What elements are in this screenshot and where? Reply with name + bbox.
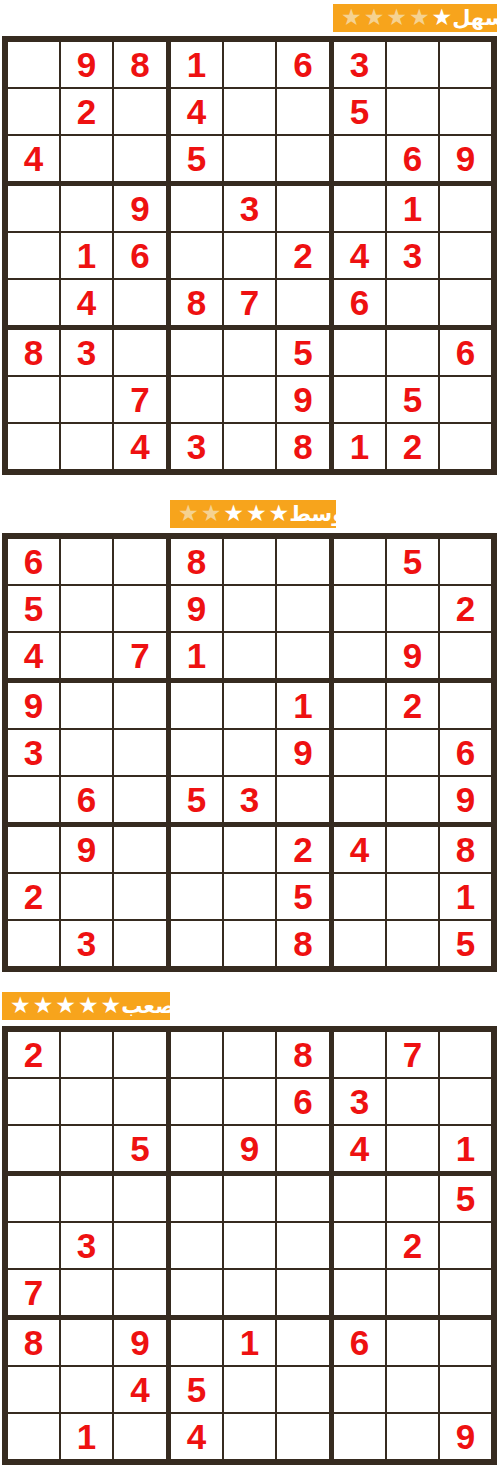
- cell-r8c6[interactable]: 5: [277, 874, 334, 921]
- cell-r6c2[interactable]: [61, 1270, 114, 1320]
- cell-r8c8[interactable]: [387, 874, 440, 921]
- cell-r8c7[interactable]: [334, 377, 387, 424]
- cell-r7c5[interactable]: [224, 330, 277, 377]
- cell-r9c9[interactable]: 9: [440, 1414, 491, 1459]
- cell-r2c6[interactable]: [277, 586, 334, 633]
- cell-r3c5[interactable]: [224, 633, 277, 683]
- cell-r9c4[interactable]: [171, 921, 224, 966]
- given-digit: 6: [350, 1325, 369, 1360]
- given-digit: 9: [293, 382, 312, 417]
- cell-r7c1[interactable]: 8: [8, 330, 61, 377]
- cell-r5c6[interactable]: [277, 1223, 334, 1270]
- cell-r7c8[interactable]: [387, 1320, 440, 1367]
- cell-r2c3[interactable]: [114, 1079, 171, 1126]
- given-digit: 8: [293, 429, 312, 464]
- cell-r5c9[interactable]: [440, 233, 491, 280]
- cell-r3c5[interactable]: 9: [224, 1126, 277, 1176]
- given-digit: 3: [403, 238, 422, 273]
- cell-r1c8[interactable]: 5: [387, 539, 440, 586]
- given-digit: 3: [240, 191, 259, 226]
- cell-r1c7[interactable]: [334, 539, 387, 586]
- cell-r6c9[interactable]: 9: [440, 777, 491, 827]
- cell-r6c5[interactable]: [224, 1270, 277, 1320]
- cell-r6c9[interactable]: [440, 280, 491, 330]
- given-digit: 4: [350, 1131, 369, 1166]
- cell-r3c9[interactable]: [440, 633, 491, 683]
- cell-r5c3[interactable]: 6: [114, 233, 171, 280]
- given-digit: 2: [456, 591, 475, 626]
- cell-r6c5[interactable]: 7: [224, 280, 277, 330]
- cell-r4c6[interactable]: [277, 1176, 334, 1223]
- cell-r1c4[interactable]: [171, 1032, 224, 1079]
- cell-r3c4[interactable]: 5: [171, 136, 224, 186]
- cell-r1c5[interactable]: [224, 1032, 277, 1079]
- cell-r3c1[interactable]: 4: [8, 136, 61, 186]
- cell-r5c9[interactable]: 6: [440, 730, 491, 777]
- cell-r3c2[interactable]: [61, 136, 114, 186]
- cell-r7c9[interactable]: 6: [440, 330, 491, 377]
- cell-r1c4[interactable]: 8: [171, 539, 224, 586]
- cell-r6c7[interactable]: [334, 777, 387, 827]
- cell-r9c8[interactable]: [387, 921, 440, 966]
- cell-r5c1[interactable]: [8, 1223, 61, 1270]
- cell-r1c3[interactable]: [114, 539, 171, 586]
- cell-r3c7[interactable]: [334, 633, 387, 683]
- given-digit: 4: [130, 1372, 149, 1407]
- cell-r1c6[interactable]: 6: [277, 42, 334, 89]
- cell-r4c2[interactable]: [61, 1176, 114, 1223]
- cell-r9c3[interactable]: [114, 921, 171, 966]
- given-digit: 4: [24, 638, 43, 673]
- cell-r3c9[interactable]: 1: [440, 1126, 491, 1176]
- given-digit: 5: [130, 1131, 149, 1166]
- cell-r7c6[interactable]: 2: [277, 827, 334, 874]
- given-digit: 2: [403, 429, 422, 464]
- cell-r6c6[interactable]: [277, 777, 334, 827]
- cell-r4c3[interactable]: 9: [114, 186, 171, 233]
- cell-r2c2[interactable]: 2: [61, 89, 114, 136]
- cell-r9c1[interactable]: [8, 921, 61, 966]
- cell-r2c3[interactable]: [114, 89, 171, 136]
- cell-r3c8[interactable]: [387, 1126, 440, 1176]
- cell-r9c8[interactable]: [387, 1414, 440, 1459]
- cell-r4c9[interactable]: [440, 683, 491, 730]
- cell-r9c6[interactable]: 8: [277, 921, 334, 966]
- given-digit: 9: [403, 638, 422, 673]
- cell-r3c3[interactable]: 5: [114, 1126, 171, 1176]
- given-digit: 9: [77, 47, 96, 82]
- cell-r9c2[interactable]: 1: [61, 1414, 114, 1459]
- cell-r1c6[interactable]: [277, 539, 334, 586]
- cell-r1c9[interactable]: [440, 1032, 491, 1079]
- cell-r9c9[interactable]: 5: [440, 921, 491, 966]
- cell-r9c6[interactable]: 8: [277, 424, 334, 469]
- cell-r1c7[interactable]: [334, 1032, 387, 1079]
- cell-r5c3[interactable]: [114, 1223, 171, 1270]
- cell-r1c1[interactable]: 2: [8, 1032, 61, 1079]
- cell-r9c4[interactable]: 4: [171, 1414, 224, 1459]
- cell-r1c5[interactable]: [224, 42, 277, 89]
- cell-r1c2[interactable]: [61, 539, 114, 586]
- given-digit: 4: [130, 429, 149, 464]
- cell-r2c9[interactable]: [440, 89, 491, 136]
- cell-r4c2[interactable]: [61, 683, 114, 730]
- given-digit: 8: [130, 47, 149, 82]
- cell-r1c6[interactable]: 8: [277, 1032, 334, 1079]
- cell-r2c4[interactable]: 4: [171, 89, 224, 136]
- cell-r3c2[interactable]: [61, 633, 114, 683]
- cell-r1c8[interactable]: [387, 42, 440, 89]
- given-digit: 4: [24, 141, 43, 176]
- given-digit: 9: [240, 1131, 259, 1166]
- cell-r8c5[interactable]: [224, 1367, 277, 1414]
- cell-r8c7[interactable]: [334, 874, 387, 921]
- cell-r2c7[interactable]: 5: [334, 89, 387, 136]
- cell-r4c4[interactable]: [171, 683, 224, 730]
- cell-r5c4[interactable]: [171, 1223, 224, 1270]
- cell-r6c2[interactable]: 6: [61, 777, 114, 827]
- cell-r9c7[interactable]: 1: [334, 424, 387, 469]
- cell-r4c4[interactable]: [171, 186, 224, 233]
- given-digit: 9: [293, 735, 312, 770]
- cell-r7c7[interactable]: 6: [334, 1320, 387, 1367]
- cell-r7c5[interactable]: 1: [224, 1320, 277, 1367]
- cell-r5c7[interactable]: 4: [334, 233, 387, 280]
- cell-r1c7[interactable]: 3: [334, 42, 387, 89]
- cell-r9c1[interactable]: [8, 1414, 61, 1459]
- cell-r9c7[interactable]: [334, 921, 387, 966]
- cell-r2c2[interactable]: [61, 586, 114, 633]
- cell-r8c2[interactable]: [61, 1367, 114, 1414]
- cell-r1c3[interactable]: 8: [114, 42, 171, 89]
- cell-r3c6[interactable]: [277, 633, 334, 683]
- cell-r5c4[interactable]: [171, 233, 224, 280]
- cell-r4c6[interactable]: [277, 186, 334, 233]
- given-digit: 3: [240, 782, 259, 817]
- given-digit: 5: [456, 1181, 475, 1216]
- cell-r5c3[interactable]: [114, 730, 171, 777]
- cell-r9c4[interactable]: 3: [171, 424, 224, 469]
- cell-r3c7[interactable]: 4: [334, 1126, 387, 1176]
- cell-r7c3[interactable]: [114, 827, 171, 874]
- cell-r1c4[interactable]: 1: [171, 42, 224, 89]
- cell-r6c6[interactable]: [277, 280, 334, 330]
- cell-r4c4[interactable]: [171, 1176, 224, 1223]
- cell-r2c6[interactable]: [277, 89, 334, 136]
- cell-r7c9[interactable]: 8: [440, 827, 491, 874]
- cell-r9c5[interactable]: [224, 1414, 277, 1459]
- cell-r1c8[interactable]: 7: [387, 1032, 440, 1079]
- cell-r4c3[interactable]: [114, 683, 171, 730]
- given-digit: 5: [456, 926, 475, 961]
- cell-r8c5[interactable]: [224, 377, 277, 424]
- cell-r4c8[interactable]: [387, 1176, 440, 1223]
- given-digit: 7: [403, 1037, 422, 1072]
- cell-r4c3[interactable]: [114, 1176, 171, 1223]
- given-digit: 4: [187, 1419, 206, 1454]
- cell-r9c3[interactable]: 4: [114, 424, 171, 469]
- cell-r6c4[interactable]: [171, 1270, 224, 1320]
- cell-r9c5[interactable]: [224, 424, 277, 469]
- cell-r4c7[interactable]: [334, 1176, 387, 1223]
- cell-r8c6[interactable]: [277, 1367, 334, 1414]
- cell-r3c1[interactable]: [8, 1126, 61, 1176]
- given-digit: 4: [77, 285, 96, 320]
- cell-r8c8[interactable]: [387, 1367, 440, 1414]
- star-icon: ★: [33, 994, 54, 1017]
- given-digit: 6: [350, 285, 369, 320]
- cell-r8c1[interactable]: 2: [8, 874, 61, 921]
- star-icon: ★: [101, 994, 122, 1017]
- cell-r5c8[interactable]: 3: [387, 233, 440, 280]
- cell-r8c4[interactable]: 5: [171, 1367, 224, 1414]
- cell-r2c1[interactable]: [8, 1079, 61, 1126]
- difficulty-banner-medium: ★★★★★ وسط: [170, 500, 336, 528]
- given-digit: 7: [240, 285, 259, 320]
- given-digit: 3: [350, 1084, 369, 1119]
- cell-r2c5[interactable]: [224, 1079, 277, 1126]
- cell-r8c3[interactable]: 4: [114, 1367, 171, 1414]
- cell-r6c5[interactable]: 3: [224, 777, 277, 827]
- given-digit: 8: [24, 1325, 43, 1360]
- cell-r8c3[interactable]: 7: [114, 377, 171, 424]
- cell-r8c5[interactable]: [224, 874, 277, 921]
- cell-r8c9[interactable]: [440, 377, 491, 424]
- cell-r2c4[interactable]: [171, 1079, 224, 1126]
- given-digit: 6: [293, 47, 312, 82]
- cell-r7c1[interactable]: [8, 827, 61, 874]
- given-digit: 6: [403, 141, 422, 176]
- cell-r7c5[interactable]: [224, 827, 277, 874]
- cell-r2c5[interactable]: [224, 89, 277, 136]
- cell-r6c7[interactable]: [334, 1270, 387, 1320]
- cell-r1c2[interactable]: [61, 1032, 114, 1079]
- cell-r7c8[interactable]: [387, 330, 440, 377]
- cell-r4c5[interactable]: [224, 1176, 277, 1223]
- cell-r7c3[interactable]: 9: [114, 1320, 171, 1367]
- cell-r2c9[interactable]: 2: [440, 586, 491, 633]
- cell-r4c2[interactable]: [61, 186, 114, 233]
- given-digit: 9: [130, 1325, 149, 1360]
- cell-r2c6[interactable]: 6: [277, 1079, 334, 1126]
- cell-r8c2[interactable]: [61, 874, 114, 921]
- cell-r4c1[interactable]: 9: [8, 683, 61, 730]
- given-digit: 9: [187, 591, 206, 626]
- cell-r8c4[interactable]: [171, 874, 224, 921]
- given-digit: 3: [24, 735, 43, 770]
- cell-r4c9[interactable]: [440, 186, 491, 233]
- cell-r2c3[interactable]: [114, 586, 171, 633]
- star-icon: ★: [178, 502, 199, 525]
- cell-r3c7[interactable]: [334, 136, 387, 186]
- given-digit: 3: [350, 47, 369, 82]
- cell-r1c1[interactable]: 6: [8, 539, 61, 586]
- given-digit: 4: [350, 238, 369, 273]
- cell-r9c5[interactable]: [224, 921, 277, 966]
- cell-r4c6[interactable]: 1: [277, 683, 334, 730]
- given-digit: 6: [456, 735, 475, 770]
- given-digit: 5: [350, 94, 369, 129]
- cell-r7c4[interactable]: [171, 827, 224, 874]
- cell-r1c9[interactable]: [440, 42, 491, 89]
- cell-r6c1[interactable]: [8, 280, 61, 330]
- given-digit: 2: [293, 832, 312, 867]
- cell-r5c8[interactable]: [387, 730, 440, 777]
- cell-r7c2[interactable]: 9: [61, 827, 114, 874]
- cell-r7c7[interactable]: 4: [334, 827, 387, 874]
- cell-r1c5[interactable]: [224, 539, 277, 586]
- cell-r6c6[interactable]: [277, 1270, 334, 1320]
- cell-r2c8[interactable]: [387, 586, 440, 633]
- cell-r5c7[interactable]: [334, 1223, 387, 1270]
- cell-r4c9[interactable]: 5: [440, 1176, 491, 1223]
- star-icon: ★: [432, 6, 453, 29]
- cell-r5c5[interactable]: [224, 730, 277, 777]
- cell-r6c1[interactable]: [8, 777, 61, 827]
- cell-r5c5[interactable]: [224, 233, 277, 280]
- cell-r5c5[interactable]: [224, 1223, 277, 1270]
- cell-r5c6[interactable]: 9: [277, 730, 334, 777]
- cell-r6c2[interactable]: 4: [61, 280, 114, 330]
- cell-r3c5[interactable]: [224, 136, 277, 186]
- cell-r8c2[interactable]: [61, 377, 114, 424]
- given-digit: 5: [403, 544, 422, 579]
- cell-r4c7[interactable]: [334, 683, 387, 730]
- cell-r5c8[interactable]: 2: [387, 1223, 440, 1270]
- cell-r8c3[interactable]: [114, 874, 171, 921]
- cell-r9c2[interactable]: 3: [61, 921, 114, 966]
- cell-r4c5[interactable]: 3: [224, 186, 277, 233]
- cell-r5c1[interactable]: 3: [8, 730, 61, 777]
- given-digit: 2: [77, 94, 96, 129]
- cell-r2c7[interactable]: 3: [334, 1079, 387, 1126]
- cell-r5c6[interactable]: 2: [277, 233, 334, 280]
- cell-r9c7[interactable]: [334, 1414, 387, 1459]
- sudoku-grid-easy: 981632454569931162434876835679543812: [2, 36, 497, 475]
- cell-r8c9[interactable]: 1: [440, 874, 491, 921]
- cell-r7c6[interactable]: [277, 1320, 334, 1367]
- cell-r3c8[interactable]: 9: [387, 633, 440, 683]
- cell-r2c1[interactable]: 5: [8, 586, 61, 633]
- given-digit: 5: [187, 1372, 206, 1407]
- given-digit: 7: [24, 1275, 43, 1310]
- cell-r6c3[interactable]: [114, 280, 171, 330]
- cell-r4c8[interactable]: 2: [387, 683, 440, 730]
- cell-r3c4[interactable]: 1: [171, 633, 224, 683]
- cell-r6c8[interactable]: [387, 280, 440, 330]
- cell-r6c9[interactable]: [440, 1270, 491, 1320]
- cell-r1c2[interactable]: 9: [61, 42, 114, 89]
- cell-r7c2[interactable]: [61, 1320, 114, 1367]
- cell-r3c3[interactable]: 7: [114, 633, 171, 683]
- cell-r4c1[interactable]: [8, 1176, 61, 1223]
- cell-r8c4[interactable]: [171, 377, 224, 424]
- cell-r7c7[interactable]: [334, 330, 387, 377]
- cell-r6c8[interactable]: [387, 777, 440, 827]
- cell-r3c3[interactable]: [114, 136, 171, 186]
- cell-r9c1[interactable]: [8, 424, 61, 469]
- cell-r5c9[interactable]: [440, 1223, 491, 1270]
- cell-r3c8[interactable]: 6: [387, 136, 440, 186]
- cell-r8c7[interactable]: [334, 1367, 387, 1414]
- cell-r3c9[interactable]: 9: [440, 136, 491, 186]
- cell-r3c4[interactable]: [171, 1126, 224, 1176]
- cell-r5c1[interactable]: [8, 233, 61, 280]
- given-digit: 4: [350, 832, 369, 867]
- cell-r1c1[interactable]: [8, 42, 61, 89]
- cell-r8c9[interactable]: [440, 1367, 491, 1414]
- cell-r7c6[interactable]: 5: [277, 330, 334, 377]
- difficulty-label: صعب: [121, 992, 175, 1020]
- cell-r4c8[interactable]: 1: [387, 186, 440, 233]
- cell-r7c8[interactable]: [387, 827, 440, 874]
- given-digit: 1: [456, 879, 475, 914]
- cell-r1c3[interactable]: [114, 1032, 171, 1079]
- cell-r5c2[interactable]: [61, 730, 114, 777]
- cell-r3c2[interactable]: [61, 1126, 114, 1176]
- given-digit: 1: [293, 688, 312, 723]
- cell-r5c4[interactable]: [171, 730, 224, 777]
- cell-r8c1[interactable]: [8, 377, 61, 424]
- cell-r4c7[interactable]: [334, 186, 387, 233]
- cell-r2c7[interactable]: [334, 586, 387, 633]
- cell-r8c1[interactable]: [8, 1367, 61, 1414]
- cell-r1c9[interactable]: [440, 539, 491, 586]
- cell-r8c8[interactable]: 5: [387, 377, 440, 424]
- cell-r5c7[interactable]: [334, 730, 387, 777]
- cell-r7c1[interactable]: 8: [8, 1320, 61, 1367]
- cell-r5c2[interactable]: 1: [61, 233, 114, 280]
- cell-r6c7[interactable]: 6: [334, 280, 387, 330]
- cell-r9c2[interactable]: [61, 424, 114, 469]
- given-digit: 3: [187, 429, 206, 464]
- given-digit: 2: [24, 1037, 43, 1072]
- cell-r6c8[interactable]: [387, 1270, 440, 1320]
- cell-r2c5[interactable]: [224, 586, 277, 633]
- cell-r3c6[interactable]: [277, 136, 334, 186]
- cell-r6c1[interactable]: 7: [8, 1270, 61, 1320]
- cell-r2c9[interactable]: [440, 1079, 491, 1126]
- cell-r6c4[interactable]: 5: [171, 777, 224, 827]
- cell-r2c8[interactable]: [387, 89, 440, 136]
- cell-r6c4[interactable]: 8: [171, 280, 224, 330]
- cell-r2c2[interactable]: [61, 1079, 114, 1126]
- cell-r9c6[interactable]: [277, 1414, 334, 1459]
- cell-r3c1[interactable]: 4: [8, 633, 61, 683]
- cell-r7c2[interactable]: 3: [61, 330, 114, 377]
- cell-r9c3[interactable]: [114, 1414, 171, 1459]
- cell-r2c4[interactable]: 9: [171, 586, 224, 633]
- cell-r9c9[interactable]: [440, 424, 491, 469]
- cell-r7c4[interactable]: [171, 330, 224, 377]
- cell-r8c6[interactable]: 9: [277, 377, 334, 424]
- cell-r3c6[interactable]: [277, 1126, 334, 1176]
- cell-r4c1[interactable]: [8, 186, 61, 233]
- cell-r7c3[interactable]: [114, 330, 171, 377]
- star-icon: ★: [223, 502, 244, 525]
- sudoku-grid-hard: 2876359415327891645149: [2, 1026, 497, 1465]
- cell-r9c8[interactable]: 2: [387, 424, 440, 469]
- cell-r6c3[interactable]: [114, 777, 171, 827]
- cell-r4c5[interactable]: [224, 683, 277, 730]
- cell-r5c2[interactable]: 3: [61, 1223, 114, 1270]
- cell-r2c8[interactable]: [387, 1079, 440, 1126]
- cell-r7c4[interactable]: [171, 1320, 224, 1367]
- cell-r2c1[interactable]: [8, 89, 61, 136]
- star-icon: ★: [364, 6, 385, 29]
- cell-r7c9[interactable]: [440, 1320, 491, 1367]
- cell-r6c3[interactable]: [114, 1270, 171, 1320]
